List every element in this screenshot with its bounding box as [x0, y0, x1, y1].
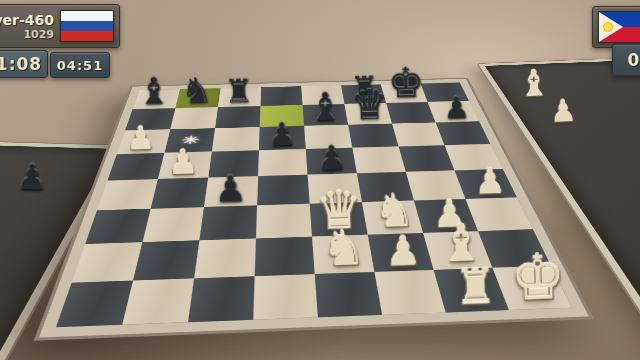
white-pawn[interactable]: ♟	[167, 145, 198, 180]
white-pawn[interactable]: ♟	[474, 163, 506, 199]
square-d6[interactable]: ♟	[259, 126, 306, 150]
captured-black-pawn: ♟	[16, 159, 48, 195]
square-g5[interactable]	[399, 145, 455, 172]
square-g8[interactable]: ♚	[381, 83, 428, 103]
square-e2[interactable]: ♞	[312, 235, 374, 274]
square-b3[interactable]	[143, 207, 205, 242]
black-knight[interactable]: ♞	[180, 73, 212, 108]
square-d4[interactable]	[257, 175, 310, 206]
square-d2[interactable]	[255, 237, 315, 277]
square-f7[interactable]: ♛	[344, 103, 392, 125]
russia-flag-icon	[60, 10, 114, 42]
game-screen: ♟♟♞♜ ♝♟ ♝♞♜♜♚♝♛♟♟✳♟♟♟♟♟♛♞♟♞♟♝♜♚ yer-460 …	[0, 0, 640, 360]
player-panel-left: yer-460 1029	[0, 4, 120, 48]
black-pawn[interactable]: ♟	[267, 118, 296, 150]
square-f6[interactable]	[348, 124, 398, 148]
black-pawn[interactable]: ♟	[214, 170, 247, 207]
player-left-name: yer-460	[0, 12, 54, 28]
square-h6[interactable]	[436, 121, 491, 145]
left-total-clock: 04:51	[50, 52, 110, 78]
square-e5[interactable]: ♟	[306, 148, 357, 175]
square-b5[interactable]: ♟	[158, 152, 212, 180]
chess-board: ♝♞♜♜♚♝♛♟♟✳♟♟♟♟♟♛♞♟♞♟♝♜♚	[39, 79, 589, 338]
black-pawn[interactable]: ♟	[316, 141, 347, 175]
square-h1[interactable]: ♚	[493, 266, 572, 310]
player-left-rating: 1029	[0, 28, 54, 41]
white-knight[interactable]: ♞	[321, 224, 366, 274]
square-c3[interactable]	[199, 205, 257, 240]
flag-sun-icon	[603, 22, 613, 32]
square-f5[interactable]	[352, 146, 406, 173]
square-f1[interactable]	[374, 270, 445, 315]
square-a4[interactable]	[97, 179, 158, 210]
black-rook[interactable]: ♜	[224, 75, 254, 108]
captured-white-pawn: ♟	[549, 95, 577, 126]
captured-white-bishop: ♝	[518, 65, 551, 102]
white-pawn[interactable]: ♟	[126, 122, 156, 155]
square-e1[interactable]	[315, 272, 382, 317]
black-pawn[interactable]: ♟	[443, 92, 470, 122]
square-b7[interactable]	[170, 107, 218, 129]
left-move-clock: 1:08	[0, 50, 48, 78]
white-pawn[interactable]: ♟	[384, 230, 421, 272]
square-c2[interactable]	[194, 238, 256, 278]
square-b4[interactable]	[151, 178, 208, 209]
square-b1[interactable]	[122, 278, 194, 324]
philippines-flag-icon	[598, 11, 640, 43]
square-c1[interactable]	[188, 276, 255, 322]
square-a1[interactable]	[56, 280, 133, 327]
square-a6[interactable]: ♟	[117, 129, 170, 154]
player-panel-right: Pla 909	[592, 6, 640, 48]
square-d1[interactable]	[253, 274, 318, 320]
square-c6[interactable]	[212, 127, 260, 152]
square-c4[interactable]: ♟	[204, 176, 258, 207]
square-a5[interactable]	[108, 153, 165, 181]
square-e7[interactable]: ♝	[303, 104, 349, 126]
square-a8[interactable]: ♝	[133, 89, 181, 109]
square-f2[interactable]: ♟	[368, 233, 434, 272]
square-d3[interactable]	[256, 204, 312, 239]
square-d8[interactable]	[260, 86, 302, 106]
black-queen[interactable]: ♛	[350, 83, 388, 125]
square-b8[interactable]: ♞	[175, 88, 220, 108]
black-king[interactable]: ♚	[387, 62, 425, 104]
square-a2[interactable]	[72, 242, 143, 282]
square-h7[interactable]: ♟	[428, 101, 479, 122]
square-d5[interactable]	[258, 149, 308, 176]
black-bishop[interactable]: ♝	[308, 88, 343, 127]
black-bishop[interactable]: ♝	[137, 73, 171, 110]
square-b2[interactable]	[133, 240, 199, 280]
square-a3[interactable]	[85, 209, 151, 244]
square-c7[interactable]	[215, 106, 260, 128]
square-c8[interactable]: ♜	[218, 87, 261, 107]
white-rook[interactable]: ♜	[454, 262, 498, 312]
right-clock: 0	[612, 44, 640, 76]
white-king[interactable]: ♚	[510, 246, 567, 310]
